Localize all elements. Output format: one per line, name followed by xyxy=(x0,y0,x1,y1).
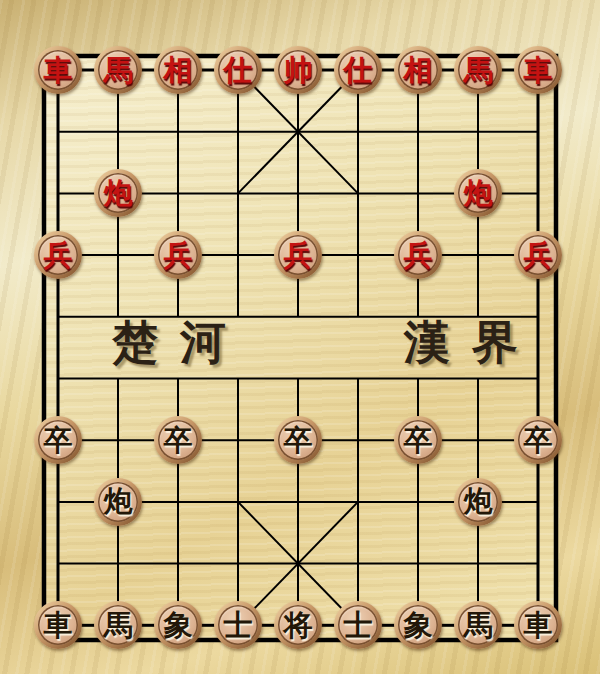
piece-black-soldier[interactable]: 卒 xyxy=(154,416,202,464)
piece-glyph: 兵 xyxy=(164,241,193,270)
river-label-right: 漢界 xyxy=(404,320,540,366)
piece-glyph: 卒 xyxy=(284,426,313,455)
piece-glyph: 車 xyxy=(524,611,553,640)
piece-glyph: 仕 xyxy=(344,56,373,85)
piece-glyph: 馬 xyxy=(464,56,493,85)
piece-glyph: 士 xyxy=(224,611,253,640)
piece-red-advisor[interactable]: 仕 xyxy=(334,46,382,94)
piece-glyph: 馬 xyxy=(104,611,133,640)
piece-red-general[interactable]: 帅 xyxy=(274,46,322,94)
piece-red-advisor[interactable]: 仕 xyxy=(214,46,262,94)
piece-glyph: 馬 xyxy=(464,611,493,640)
piece-red-elephant[interactable]: 相 xyxy=(154,46,202,94)
piece-black-cannon[interactable]: 炮 xyxy=(454,478,502,526)
piece-glyph: 車 xyxy=(524,56,553,85)
piece-glyph: 炮 xyxy=(464,179,493,208)
piece-glyph: 士 xyxy=(344,611,373,640)
piece-red-soldier[interactable]: 兵 xyxy=(394,231,442,279)
piece-black-advisor[interactable]: 士 xyxy=(214,601,262,649)
piece-glyph: 相 xyxy=(404,56,433,85)
piece-red-chariot[interactable]: 車 xyxy=(514,46,562,94)
piece-glyph: 兵 xyxy=(404,241,433,270)
piece-glyph: 仕 xyxy=(224,56,253,85)
piece-red-horse[interactable]: 馬 xyxy=(454,46,502,94)
piece-black-cannon[interactable]: 炮 xyxy=(94,478,142,526)
piece-black-horse[interactable]: 馬 xyxy=(94,601,142,649)
piece-red-horse[interactable]: 馬 xyxy=(94,46,142,94)
piece-glyph: 卒 xyxy=(524,426,553,455)
piece-black-chariot[interactable]: 車 xyxy=(34,601,82,649)
piece-black-soldier[interactable]: 卒 xyxy=(514,416,562,464)
piece-glyph: 卒 xyxy=(404,426,433,455)
river-label-left: 楚河 xyxy=(112,320,248,366)
piece-glyph: 将 xyxy=(284,611,313,640)
piece-glyph: 卒 xyxy=(44,426,73,455)
piece-glyph: 炮 xyxy=(104,487,133,516)
piece-black-horse[interactable]: 馬 xyxy=(454,601,502,649)
piece-glyph: 卒 xyxy=(164,426,193,455)
piece-black-advisor[interactable]: 士 xyxy=(334,601,382,649)
piece-red-chariot[interactable]: 車 xyxy=(34,46,82,94)
piece-glyph: 兵 xyxy=(524,241,553,270)
piece-black-general[interactable]: 将 xyxy=(274,601,322,649)
piece-black-chariot[interactable]: 車 xyxy=(514,601,562,649)
xiangqi-scene: 楚河 漢界 車馬相仕帅仕相馬車炮炮兵兵兵兵兵卒卒卒卒卒炮炮車馬象士将士象馬車 xyxy=(0,0,600,674)
piece-black-elephant[interactable]: 象 xyxy=(154,601,202,649)
piece-red-soldier[interactable]: 兵 xyxy=(34,231,82,279)
piece-black-soldier[interactable]: 卒 xyxy=(394,416,442,464)
piece-red-soldier[interactable]: 兵 xyxy=(154,231,202,279)
piece-red-elephant[interactable]: 相 xyxy=(394,46,442,94)
piece-glyph: 車 xyxy=(44,56,73,85)
piece-glyph: 炮 xyxy=(464,487,493,516)
piece-glyph: 象 xyxy=(164,611,193,640)
piece-glyph: 馬 xyxy=(104,56,133,85)
piece-glyph: 相 xyxy=(164,56,193,85)
piece-red-soldier[interactable]: 兵 xyxy=(514,231,562,279)
piece-black-soldier[interactable]: 卒 xyxy=(274,416,322,464)
piece-black-soldier[interactable]: 卒 xyxy=(34,416,82,464)
piece-glyph: 兵 xyxy=(284,241,313,270)
piece-glyph: 炮 xyxy=(104,179,133,208)
piece-glyph: 帅 xyxy=(284,56,313,85)
piece-black-elephant[interactable]: 象 xyxy=(394,601,442,649)
piece-glyph: 兵 xyxy=(44,241,73,270)
piece-red-soldier[interactable]: 兵 xyxy=(274,231,322,279)
piece-glyph: 象 xyxy=(404,611,433,640)
piece-glyph: 車 xyxy=(44,611,73,640)
